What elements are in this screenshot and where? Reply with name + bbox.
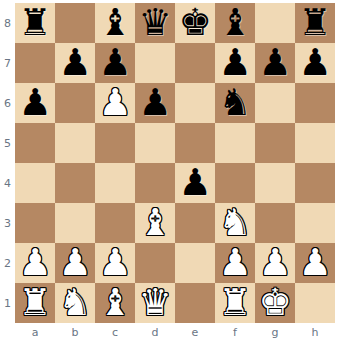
file-label-a: a	[15, 323, 55, 345]
piece-white-pawn: ♟	[295, 243, 335, 283]
rank-label-4: 4	[0, 163, 15, 203]
piece-black-rook: ♜	[15, 3, 55, 43]
square-c5[interactable]	[95, 123, 135, 163]
square-h1[interactable]	[295, 283, 335, 323]
square-g2[interactable]: ♟	[255, 243, 295, 283]
piece-white-king: ♚	[255, 283, 295, 323]
square-c1[interactable]: ♝	[95, 283, 135, 323]
square-g7[interactable]: ♟	[255, 43, 295, 83]
piece-white-bishop: ♝	[95, 283, 135, 323]
rank-label-5: 5	[0, 123, 15, 163]
piece-black-pawn: ♟	[55, 43, 95, 83]
square-f7[interactable]: ♟	[215, 43, 255, 83]
square-b2[interactable]: ♟	[55, 243, 95, 283]
square-c4[interactable]	[95, 163, 135, 203]
file-label-f: f	[215, 323, 255, 345]
square-d6[interactable]: ♟	[135, 83, 175, 123]
square-b1[interactable]: ♞	[55, 283, 95, 323]
square-h5[interactable]	[295, 123, 335, 163]
piece-black-king: ♚	[175, 3, 215, 43]
square-g8[interactable]	[255, 3, 295, 43]
square-e3[interactable]	[175, 203, 215, 243]
square-a4[interactable]	[15, 163, 55, 203]
file-label-e: e	[175, 323, 215, 345]
square-f1[interactable]: ♜	[215, 283, 255, 323]
piece-white-bishop: ♝	[135, 203, 175, 243]
square-f3[interactable]: ♞	[215, 203, 255, 243]
rank-label-2: 2	[0, 243, 15, 283]
square-c8[interactable]: ♝	[95, 3, 135, 43]
square-h6[interactable]	[295, 83, 335, 123]
chess-board: ♜♝♛♚♝♜♟♟♟♟♟♟♟♟♞♟♝♞♟♟♟♟♟♟♜♞♝♛♜♚	[15, 3, 335, 323]
square-d4[interactable]	[135, 163, 175, 203]
file-label-h: h	[295, 323, 335, 345]
piece-black-pawn: ♟	[215, 43, 255, 83]
square-g4[interactable]	[255, 163, 295, 203]
piece-black-pawn: ♟	[95, 43, 135, 83]
square-e1[interactable]	[175, 283, 215, 323]
square-h8[interactable]: ♜	[295, 3, 335, 43]
square-c2[interactable]: ♟	[95, 243, 135, 283]
file-label-g: g	[255, 323, 295, 345]
piece-black-pawn: ♟	[175, 163, 215, 203]
square-d3[interactable]: ♝	[135, 203, 175, 243]
square-f2[interactable]: ♟	[215, 243, 255, 283]
square-g3[interactable]	[255, 203, 295, 243]
square-b8[interactable]	[55, 3, 95, 43]
square-d7[interactable]	[135, 43, 175, 83]
square-f4[interactable]	[215, 163, 255, 203]
square-c7[interactable]: ♟	[95, 43, 135, 83]
piece-black-pawn: ♟	[15, 83, 55, 123]
piece-white-pawn: ♟	[95, 243, 135, 283]
rank-label-8: 8	[0, 3, 15, 43]
square-g5[interactable]	[255, 123, 295, 163]
square-h7[interactable]: ♟	[295, 43, 335, 83]
square-g6[interactable]	[255, 83, 295, 123]
piece-black-rook: ♜	[295, 3, 335, 43]
piece-black-pawn: ♟	[135, 83, 175, 123]
piece-white-pawn: ♟	[95, 83, 135, 123]
piece-white-rook: ♜	[215, 283, 255, 323]
square-b5[interactable]	[55, 123, 95, 163]
square-b6[interactable]	[55, 83, 95, 123]
piece-white-knight: ♞	[55, 283, 95, 323]
square-a2[interactable]: ♟	[15, 243, 55, 283]
square-f6[interactable]: ♞	[215, 83, 255, 123]
square-g1[interactable]: ♚	[255, 283, 295, 323]
square-e8[interactable]: ♚	[175, 3, 215, 43]
piece-black-bishop: ♝	[215, 3, 255, 43]
square-d5[interactable]	[135, 123, 175, 163]
piece-white-knight: ♞	[215, 203, 255, 243]
file-label-b: b	[55, 323, 95, 345]
square-a8[interactable]: ♜	[15, 3, 55, 43]
square-e6[interactable]	[175, 83, 215, 123]
piece-black-pawn: ♟	[255, 43, 295, 83]
square-d1[interactable]: ♛	[135, 283, 175, 323]
rank-label-3: 3	[0, 203, 15, 243]
square-f5[interactable]	[215, 123, 255, 163]
rank-labels: 87654321	[0, 3, 15, 323]
square-a1[interactable]: ♜	[15, 283, 55, 323]
piece-white-pawn: ♟	[15, 243, 55, 283]
piece-white-pawn: ♟	[55, 243, 95, 283]
piece-black-bishop: ♝	[95, 3, 135, 43]
piece-black-pawn: ♟	[295, 43, 335, 83]
square-f8[interactable]: ♝	[215, 3, 255, 43]
rank-label-1: 1	[0, 283, 15, 323]
piece-white-pawn: ♟	[215, 243, 255, 283]
square-b7[interactable]: ♟	[55, 43, 95, 83]
square-d2[interactable]	[135, 243, 175, 283]
square-c3[interactable]	[95, 203, 135, 243]
piece-white-queen: ♛	[135, 283, 175, 323]
square-e5[interactable]	[175, 123, 215, 163]
square-h4[interactable]	[295, 163, 335, 203]
square-b4[interactable]	[55, 163, 95, 203]
square-d8[interactable]: ♛	[135, 3, 175, 43]
file-label-d: d	[135, 323, 175, 345]
square-e4[interactable]: ♟	[175, 163, 215, 203]
square-h2[interactable]: ♟	[295, 243, 335, 283]
square-e7[interactable]	[175, 43, 215, 83]
piece-white-pawn: ♟	[255, 243, 295, 283]
square-a5[interactable]	[15, 123, 55, 163]
square-b3[interactable]	[55, 203, 95, 243]
rank-label-6: 6	[0, 83, 15, 123]
square-c6[interactable]: ♟	[95, 83, 135, 123]
square-e2[interactable]	[175, 243, 215, 283]
piece-black-knight: ♞	[215, 83, 255, 123]
chess-board-container: 87654321 ♜♝♛♚♝♜♟♟♟♟♟♟♟♟♞♟♝♞♟♟♟♟♟♟♜♞♝♛♜♚ …	[0, 0, 342, 345]
rank-label-7: 7	[0, 43, 15, 83]
file-label-c: c	[95, 323, 135, 345]
file-labels: abcdefgh	[15, 323, 335, 345]
square-h3[interactable]	[295, 203, 335, 243]
square-a7[interactable]	[15, 43, 55, 83]
piece-white-rook: ♜	[15, 283, 55, 323]
piece-black-queen: ♛	[135, 3, 175, 43]
square-a3[interactable]	[15, 203, 55, 243]
square-a6[interactable]: ♟	[15, 83, 55, 123]
